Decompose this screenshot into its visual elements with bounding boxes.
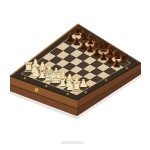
chess-set-product-photo: ♜♞♝♛♚♝♞♜♟♟♟♟♟♟♟♟♟♟♟♟♟♟♟♟♜♞♝♛♚♝♞♜ xyxy=(0,0,150,150)
piece-white-rook: ♜ xyxy=(71,81,83,94)
watermark xyxy=(61,141,84,144)
piece-black-pawn: ♟ xyxy=(112,59,121,69)
pieces-layer: ♜♞♝♛♚♝♞♜♟♟♟♟♟♟♟♟♟♟♟♟♟♟♟♟♜♞♝♛♚♝♞♜ xyxy=(0,0,150,150)
